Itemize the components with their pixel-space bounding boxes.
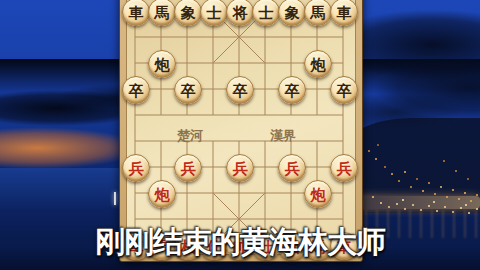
piece-black-advisor[interactable]: 士: [200, 0, 228, 26]
piece-glyph: 車: [129, 5, 144, 20]
piece-black-soldier[interactable]: 卒: [174, 76, 202, 104]
piece-glyph: 車: [337, 5, 352, 20]
piece-glyph: 卒: [285, 83, 300, 98]
light-pole: [114, 192, 116, 205]
piece-red-soldier[interactable]: 兵: [122, 154, 150, 182]
pieces-grid: 車馬象士将士象馬車炮炮卒卒卒卒卒兵兵兵兵兵炮炮車馬相仕帥仕相馬車: [122, 0, 356, 258]
piece-red-soldier[interactable]: 兵: [174, 154, 202, 182]
piece-glyph: 卒: [337, 83, 352, 98]
piece-glyph: 炮: [311, 57, 326, 72]
city-lights: [0, 0, 2, 2]
subtitle: 刚刚结束的黄海林大师: [0, 222, 480, 263]
piece-glyph: 兵: [337, 161, 352, 176]
piece-black-cannon[interactable]: 炮: [148, 50, 176, 78]
piece-glyph: 士: [259, 5, 274, 20]
video-frame: 楚河 漢界 車馬象士将士象馬車炮炮卒卒卒卒卒兵兵兵兵兵炮炮車馬相仕帥仕相馬車 刚…: [0, 0, 480, 270]
piece-glyph: 馬: [155, 5, 170, 20]
piece-black-horse[interactable]: 馬: [148, 0, 176, 26]
piece-glyph: 象: [285, 5, 300, 20]
piece-glyph: 炮: [155, 57, 170, 72]
piece-black-general[interactable]: 将: [226, 0, 254, 26]
piece-black-chariot[interactable]: 車: [122, 0, 150, 26]
piece-black-soldier[interactable]: 卒: [226, 76, 254, 104]
piece-red-soldier[interactable]: 兵: [330, 154, 358, 182]
piece-red-cannon[interactable]: 炮: [304, 180, 332, 208]
piece-glyph: 卒: [233, 83, 248, 98]
piece-black-elephant[interactable]: 象: [278, 0, 306, 26]
piece-glyph: 将: [233, 5, 248, 20]
piece-glyph: 象: [181, 5, 196, 20]
piece-black-soldier[interactable]: 卒: [122, 76, 150, 104]
piece-black-soldier[interactable]: 卒: [330, 76, 358, 104]
waterfront-lights: [358, 196, 480, 209]
piece-glyph: 馬: [311, 5, 326, 20]
piece-glyph: 卒: [129, 83, 144, 98]
piece-glyph: 士: [207, 5, 222, 20]
piece-glyph: 兵: [181, 161, 196, 176]
piece-glyph: 炮: [155, 187, 170, 202]
piece-black-advisor[interactable]: 士: [252, 0, 280, 26]
piece-glyph: 炮: [311, 187, 326, 202]
piece-glyph: 卒: [181, 83, 196, 98]
piece-black-cannon[interactable]: 炮: [304, 50, 332, 78]
piece-black-chariot[interactable]: 車: [330, 0, 358, 26]
piece-black-soldier[interactable]: 卒: [278, 76, 306, 104]
piece-black-elephant[interactable]: 象: [174, 0, 202, 26]
piece-glyph: 兵: [285, 161, 300, 176]
piece-red-soldier[interactable]: 兵: [278, 154, 306, 182]
piece-black-horse[interactable]: 馬: [304, 0, 332, 26]
piece-glyph: 兵: [129, 161, 144, 176]
piece-red-cannon[interactable]: 炮: [148, 180, 176, 208]
piece-red-soldier[interactable]: 兵: [226, 154, 254, 182]
piece-glyph: 兵: [233, 161, 248, 176]
